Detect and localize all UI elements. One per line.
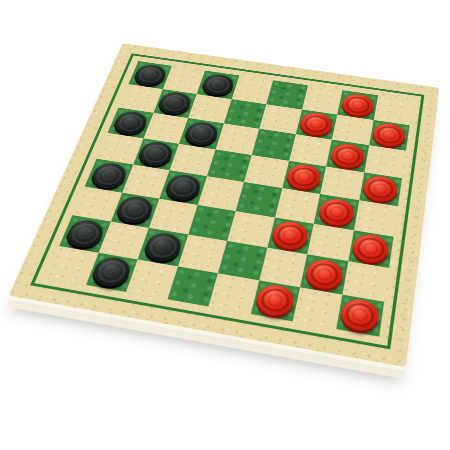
square-r8c7[interactable] [293, 287, 342, 329]
red-piece[interactable] [304, 257, 345, 291]
board-scene [9, 43, 440, 367]
square-r8c6[interactable] [250, 280, 300, 322]
red-piece[interactable] [340, 92, 375, 117]
red-piece[interactable] [329, 142, 366, 170]
red-piece[interactable] [362, 174, 399, 204]
black-piece[interactable] [141, 230, 184, 263]
red-piece[interactable] [351, 232, 390, 265]
red-piece[interactable] [285, 163, 323, 192]
red-piece[interactable] [254, 283, 297, 319]
red-piece[interactable] [270, 220, 310, 252]
square-r8c8[interactable] [336, 294, 385, 337]
black-piece[interactable] [136, 140, 176, 168]
black-piece[interactable] [200, 73, 236, 97]
black-piece[interactable] [182, 120, 220, 147]
black-piece[interactable] [111, 110, 150, 136]
black-piece[interactable] [132, 63, 169, 87]
red-piece[interactable] [298, 111, 334, 137]
red-piece[interactable] [317, 196, 356, 227]
red-piece[interactable] [339, 297, 381, 334]
checkers-board [9, 43, 440, 367]
black-piece[interactable] [156, 91, 194, 116]
black-piece[interactable] [163, 173, 203, 202]
black-piece[interactable] [114, 195, 156, 226]
red-piece[interactable] [372, 122, 407, 149]
black-piece[interactable] [89, 255, 134, 289]
